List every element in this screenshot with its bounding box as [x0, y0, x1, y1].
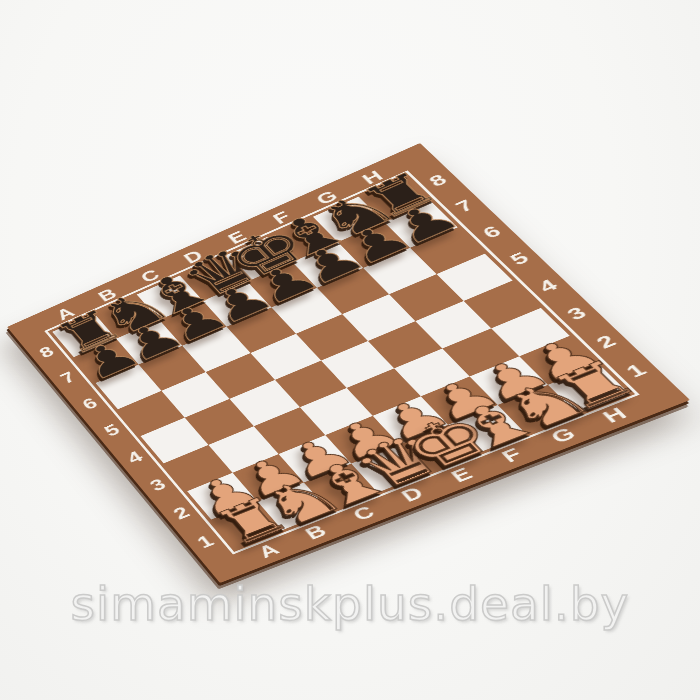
watermark: simaminskplus.deal.by — [0, 576, 700, 631]
board-grid: ♜♞♝♛♚♝♞♜♟♟♟♟♟♟♟♟♟♟♟♟♟♟♟♟♜♞♝♛♚♝♞♜ — [52, 176, 629, 548]
photo-scene: AABBCCDDEEFFGGHH8877665544332211 ♜♞♝♛♚♝♞… — [0, 0, 700, 700]
chess-board: AABBCCDDEEFFGGHH8877665544332211 ♜♞♝♛♚♝♞… — [7, 143, 690, 583]
